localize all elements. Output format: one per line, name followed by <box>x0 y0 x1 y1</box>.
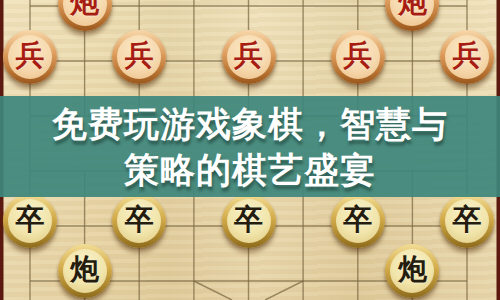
piece-character: 兵 <box>227 35 271 79</box>
banner-title-line2: 策略的棋艺盛宴 <box>124 148 376 192</box>
piece-character: 炮 <box>63 0 107 26</box>
piece-black-soldier[interactable]: 卒 <box>222 194 276 248</box>
piece-character: 兵 <box>445 35 489 79</box>
title-banner: 免费玩游戏象棋，智慧与 策略的棋艺盛宴 <box>0 96 500 197</box>
piece-character: 卒 <box>117 199 161 243</box>
piece-red-soldier[interactable]: 兵 <box>222 30 276 84</box>
piece-character: 炮 <box>63 249 107 293</box>
piece-character: 炮 <box>390 249 434 293</box>
piece-red-soldier[interactable]: 兵 <box>440 30 494 84</box>
piece-black-cannon[interactable]: 炮 <box>385 244 439 298</box>
piece-character: 兵 <box>336 35 380 79</box>
piece-character: 炮 <box>390 0 434 26</box>
piece-red-soldier[interactable]: 兵 <box>112 30 166 84</box>
piece-character: 兵 <box>8 35 52 79</box>
piece-black-soldier[interactable]: 卒 <box>112 194 166 248</box>
piece-black-soldier[interactable]: 卒 <box>440 194 494 248</box>
banner-title-line1: 免费玩游戏象棋，智慧与 <box>52 102 448 146</box>
piece-black-cannon[interactable]: 炮 <box>58 244 112 298</box>
piece-character: 卒 <box>336 199 380 243</box>
piece-character: 卒 <box>227 199 271 243</box>
piece-character: 卒 <box>8 199 52 243</box>
piece-red-soldier[interactable]: 兵 <box>3 30 57 84</box>
piece-character: 卒 <box>445 199 489 243</box>
piece-character: 兵 <box>117 35 161 79</box>
piece-black-soldier[interactable]: 卒 <box>331 194 385 248</box>
piece-red-soldier[interactable]: 兵 <box>331 30 385 84</box>
piece-black-soldier[interactable]: 卒 <box>3 194 57 248</box>
xiangqi-board-screenshot: 炮炮兵兵兵兵兵卒卒卒卒卒炮炮 免费玩游戏象棋，智慧与 策略的棋艺盛宴 <box>0 0 500 300</box>
